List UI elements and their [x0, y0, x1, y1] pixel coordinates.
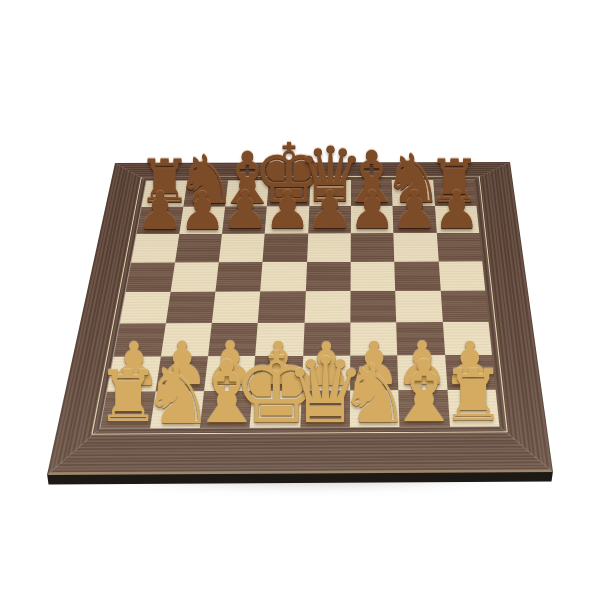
square-f4[interactable]: [350, 291, 396, 323]
square-c4[interactable]: [212, 292, 261, 324]
square-c5[interactable]: [216, 262, 263, 292]
piece-black-pawn-b7[interactable]: ♟: [179, 184, 226, 237]
piece-black-pawn-d7[interactable]: ♟: [264, 184, 311, 236]
square-e4[interactable]: [304, 291, 350, 323]
square-h5[interactable]: [438, 261, 485, 291]
piece-black-pawn-f7[interactable]: ♟: [349, 184, 396, 236]
square-b4[interactable]: [166, 292, 216, 324]
square-g4[interactable]: [396, 291, 443, 323]
piece-black-pawn-c7[interactable]: ♟: [221, 184, 268, 237]
piece-black-pawn-a7[interactable]: ♟: [136, 185, 183, 238]
piece-white-rook-h1[interactable]: ♜: [441, 361, 504, 432]
chessboard-scene: ♜♞♝♚♛♝♞♜♟♟♟♟♟♟♟♟♟♟♟♟♟♟♟♟♜♞♝♚♛♞♝♜: [0, 0, 600, 600]
square-f5[interactable]: [351, 261, 396, 291]
square-h4[interactable]: [440, 291, 488, 323]
square-g5[interactable]: [395, 261, 441, 291]
square-d5[interactable]: [261, 262, 307, 292]
piece-black-pawn-e7[interactable]: ♟: [306, 184, 353, 236]
square-a5[interactable]: [125, 262, 175, 292]
square-b5[interactable]: [170, 262, 219, 292]
square-d4[interactable]: [258, 292, 305, 324]
square-a4[interactable]: [119, 292, 170, 324]
square-e5[interactable]: [306, 262, 351, 292]
piece-black-pawn-h7[interactable]: ♟: [433, 184, 480, 236]
piece-black-pawn-g7[interactable]: ♟: [391, 184, 438, 236]
